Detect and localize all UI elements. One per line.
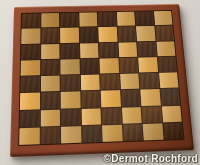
board-square [60, 43, 79, 58]
board-square [41, 13, 59, 28]
board-square [81, 91, 101, 108]
board-square [80, 43, 99, 58]
board-square [122, 124, 142, 141]
board-square [117, 27, 136, 42]
board-square [20, 93, 40, 110]
board-square [41, 44, 60, 59]
board-square [138, 57, 158, 73]
board-square [82, 125, 102, 142]
board-square [143, 123, 164, 140]
board-square [120, 73, 140, 89]
board-square [141, 106, 161, 123]
board-square [99, 58, 118, 74]
board-square [79, 12, 97, 26]
board-square [22, 13, 41, 28]
board-square [101, 90, 121, 106]
board-square [98, 27, 117, 42]
board-square [40, 127, 60, 145]
board-square [154, 11, 173, 25]
board-square [21, 29, 40, 44]
board-square [60, 28, 79, 43]
board-square [40, 109, 60, 126]
board-square [137, 41, 156, 56]
board-square [99, 42, 118, 57]
board-square [157, 56, 177, 71]
board-square [61, 109, 81, 126]
board-square [81, 108, 101, 125]
board-square [155, 26, 174, 41]
board-frame [10, 4, 194, 157]
board-square [21, 44, 40, 59]
board-square [160, 89, 180, 105]
board-square [41, 28, 60, 43]
board-square [41, 76, 60, 92]
board-square [163, 122, 184, 139]
board-square [118, 42, 137, 57]
board-square [60, 59, 79, 75]
board-square [119, 57, 138, 73]
board-square [116, 12, 135, 26]
board-square [21, 60, 40, 76]
board-square [61, 92, 81, 109]
board-square [79, 27, 98, 42]
board-square [20, 76, 39, 92]
board-squares [18, 10, 184, 146]
board-square [139, 73, 159, 89]
board-square [121, 90, 141, 106]
chess-board [10, 4, 194, 157]
board-square [19, 127, 39, 145]
board-square [80, 58, 99, 74]
board-square [60, 13, 78, 28]
board-square [61, 75, 80, 91]
board-square [135, 11, 154, 25]
photo-background: ©Dermot Rochford [0, 0, 200, 165]
board-square [102, 125, 122, 142]
board-square [121, 107, 141, 124]
board-square [100, 74, 120, 90]
board-square [40, 92, 59, 109]
board-square [98, 12, 117, 26]
watermark: ©Dermot Rochford [104, 153, 198, 164]
board-square [80, 74, 99, 90]
board-square [41, 59, 60, 75]
board-square [101, 107, 121, 124]
board-square [156, 41, 175, 56]
board-square [61, 126, 81, 144]
board-square [20, 110, 40, 127]
board-square [140, 89, 160, 105]
board-square [161, 105, 181, 122]
board-square [159, 72, 179, 88]
board-square [136, 26, 155, 41]
